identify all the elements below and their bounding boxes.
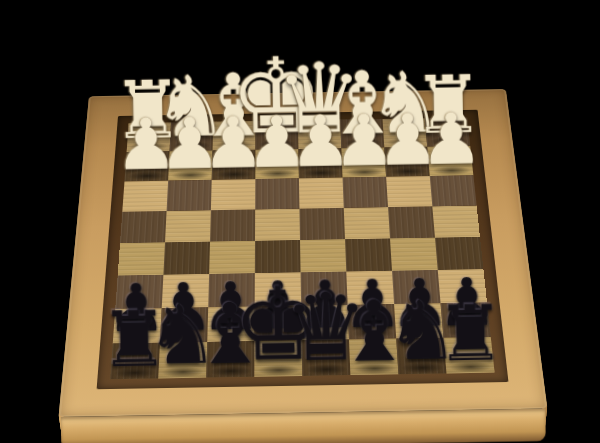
- square-d4[interactable]: [299, 208, 345, 240]
- square-c4[interactable]: [344, 207, 390, 239]
- board-inner-border: ♜♞♝♚♛♝♞♜♟♟♟♟♟♟♟♟♟♟♟♟♟♟♟♟♜♞♝♚♛♝♞♜: [97, 110, 509, 389]
- board-grid: ♜♞♝♚♛♝♞♜♟♟♟♟♟♟♟♟♟♟♟♟♟♟♟♟♜♞♝♚♛♝♞♜: [110, 117, 494, 379]
- square-a8[interactable]: ♜: [443, 337, 494, 373]
- piece-white-pawn[interactable]: ♟: [419, 103, 483, 175]
- board-left-side: [59, 99, 92, 438]
- square-e3[interactable]: [255, 178, 299, 209]
- square-c3[interactable]: [343, 177, 389, 208]
- board-right-side: [504, 91, 547, 429]
- photo-canvas: ♜♞♝♚♛♝♞♜♟♟♟♟♟♟♟♟♟♟♟♟♟♟♟♟♜♞♝♚♛♝♞♜: [0, 0, 600, 443]
- board-perspective-wrapper: ♜♞♝♚♛♝♞♜♟♟♟♟♟♟♟♟♟♟♟♟♟♟♟♟♜♞♝♚♛♝♞♜: [71, 11, 529, 443]
- chess-board-frame: ♜♞♝♚♛♝♞♜♟♟♟♟♟♟♟♟♟♟♟♟♟♟♟♟♜♞♝♚♛♝♞♜: [59, 89, 548, 417]
- square-b4[interactable]: [388, 206, 435, 238]
- square-b3[interactable]: [386, 176, 432, 207]
- square-a3[interactable]: [430, 175, 477, 206]
- square-g3[interactable]: [167, 180, 212, 211]
- board-front-edge: [61, 409, 546, 443]
- square-f3[interactable]: [211, 179, 255, 210]
- square-h4[interactable]: [120, 211, 167, 243]
- square-a2[interactable]: ♟: [427, 146, 473, 176]
- piece-black-rook[interactable]: ♜: [435, 294, 505, 372]
- square-f4[interactable]: [210, 209, 255, 241]
- square-g4[interactable]: [165, 210, 211, 242]
- square-d3[interactable]: [299, 178, 344, 209]
- square-a4[interactable]: [432, 206, 480, 238]
- square-e4[interactable]: [255, 209, 300, 241]
- square-h3[interactable]: [122, 181, 168, 212]
